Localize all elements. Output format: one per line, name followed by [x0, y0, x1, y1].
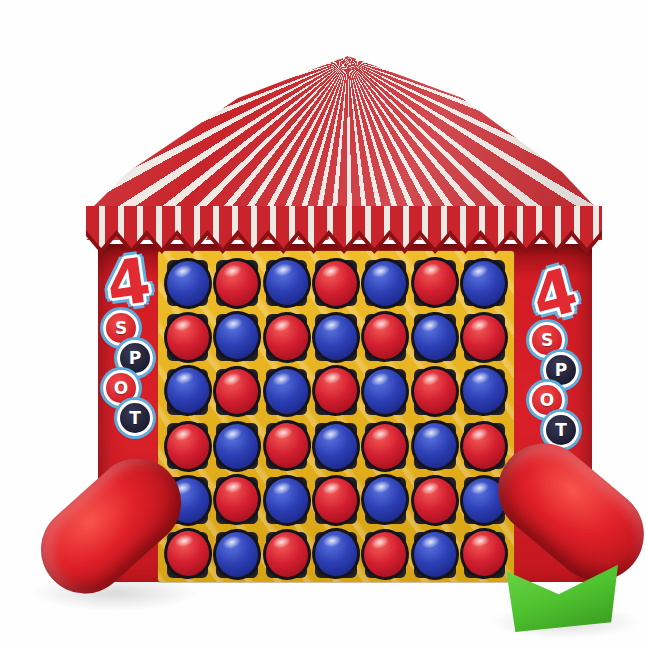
disc-blue	[162, 256, 213, 309]
disc-blue	[261, 474, 312, 527]
right-letter-stack: SPOT	[536, 328, 572, 448]
board-cell	[216, 260, 257, 306]
label-4-right: 4	[527, 262, 581, 328]
inflatable-connect-four-scene: 4 SPOT 4 SPOT	[0, 0, 646, 648]
board-cell	[167, 532, 208, 578]
left-pillar-label: 4 SPOT	[96, 254, 160, 436]
board-cell	[315, 314, 356, 360]
board-cell	[216, 314, 257, 360]
board-cell	[266, 314, 307, 360]
disc-red	[311, 256, 362, 309]
board-cell	[266, 369, 307, 415]
board-cell	[315, 423, 356, 469]
left-letter-stack: SPOT	[110, 316, 146, 436]
disc-red	[312, 475, 360, 526]
disc-red	[410, 255, 461, 308]
board-cell	[266, 260, 307, 306]
disc-blue	[311, 419, 362, 472]
disc-red	[164, 312, 212, 363]
board-cell	[414, 477, 455, 523]
board-cell	[167, 423, 208, 469]
disc-blue	[360, 365, 411, 418]
disc-blue	[261, 255, 312, 308]
disc-red	[212, 365, 263, 418]
disc-red	[213, 258, 261, 309]
disc-red	[459, 527, 510, 580]
board-cell	[464, 260, 505, 306]
disc-blue	[360, 473, 411, 526]
disc-blue	[212, 528, 263, 581]
disc-blue	[459, 364, 510, 417]
board-cell	[365, 260, 406, 306]
board-cell	[464, 369, 505, 415]
board-cell	[216, 532, 257, 578]
label-letter-t: T	[117, 400, 153, 436]
board-cell	[464, 423, 505, 469]
disc-red	[261, 418, 312, 471]
disc-red	[162, 527, 213, 580]
board-cell	[365, 423, 406, 469]
disc-red	[459, 419, 510, 472]
board-cell	[414, 369, 455, 415]
disc-red	[460, 312, 508, 363]
disc-red	[162, 419, 213, 472]
board-cell	[414, 260, 455, 306]
board-cell	[216, 369, 257, 415]
board-cell	[266, 477, 307, 523]
board-cell	[365, 477, 406, 523]
right-pillar-label: 4 SPOT	[522, 266, 586, 448]
label-4-left: 4	[104, 251, 153, 313]
disc-red	[311, 364, 362, 417]
disc-blue	[312, 312, 360, 363]
disc-blue	[410, 311, 461, 364]
disc-blue	[311, 527, 362, 580]
disc-red	[411, 366, 459, 417]
disc-blue	[212, 310, 263, 363]
disc-blue	[361, 258, 409, 309]
board-cell	[365, 369, 406, 415]
disc-red	[360, 310, 411, 363]
disc-red	[361, 421, 409, 472]
disc-blue	[263, 366, 311, 417]
board-cell	[167, 314, 208, 360]
disc-blue	[213, 421, 261, 472]
tent-valance	[86, 206, 602, 248]
board-cell	[414, 532, 455, 578]
board-cell	[365, 532, 406, 578]
board-cell	[315, 260, 356, 306]
game-board	[158, 251, 514, 582]
disc-red	[212, 473, 263, 526]
board-cell	[464, 314, 505, 360]
disc-blue	[459, 256, 510, 309]
board-cell	[216, 477, 257, 523]
board-cell	[167, 369, 208, 415]
disc-red	[410, 474, 461, 527]
disc-red	[261, 311, 312, 364]
board-cell	[315, 369, 356, 415]
board-cell	[365, 314, 406, 360]
board-cell	[464, 532, 505, 578]
disc-red	[263, 529, 311, 580]
disc-blue	[411, 529, 459, 580]
board-cell	[266, 423, 307, 469]
board-cell	[167, 260, 208, 306]
disc-blue	[162, 364, 213, 417]
board-cell	[414, 423, 455, 469]
disc-red	[360, 528, 411, 581]
disc-blue	[410, 418, 461, 471]
board-cell	[315, 532, 356, 578]
board-cell	[266, 532, 307, 578]
board-cell	[315, 477, 356, 523]
board-cell	[216, 423, 257, 469]
board-cell	[414, 314, 455, 360]
